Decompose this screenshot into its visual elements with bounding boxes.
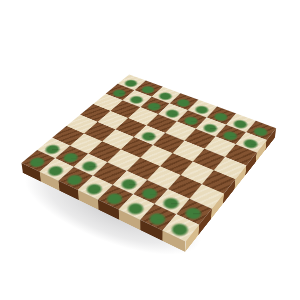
scene: ♜♞♝♛♚♝♞♜♟♟♟♟♟♟♟♟♟♟♟♟♟♟♟♟♜♞♝♛♚♝♞♜ (0, 0, 300, 300)
product-photo: ♜♞♝♛♚♝♞♜♟♟♟♟♟♟♟♟♟♟♟♟♟♟♟♟♜♞♝♛♚♝♞♜ (0, 0, 300, 300)
piece-black-pawn-g7: ♟ (218, 112, 241, 138)
piece-black-pawn-h7: ♟ (239, 119, 262, 145)
piece-white-rook-h1: ♜ (163, 196, 195, 232)
piece-white-pawn-d5: ♟ (137, 112, 160, 138)
chess-board: ♜♞♝♛♚♝♞♜♟♟♟♟♟♟♟♟♟♟♟♟♟♟♟♟♜♞♝♛♚♝♞♜ (21, 74, 276, 241)
